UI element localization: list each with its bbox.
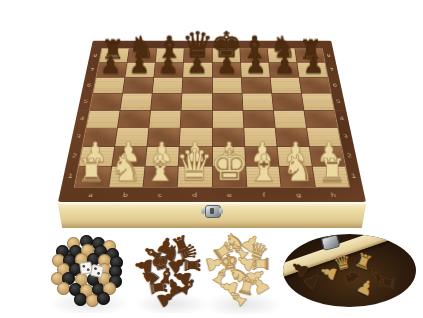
board-square-b6 xyxy=(123,78,153,93)
board-square-g5 xyxy=(272,94,303,110)
board-square-d7: ♟ xyxy=(183,63,211,78)
piece-black-pawn-h7: ♟ xyxy=(303,54,324,78)
piece-black-pawn-a7: ♟ xyxy=(100,54,121,78)
rank-label-7: 7 xyxy=(326,63,337,78)
board-square-b7: ♟ xyxy=(125,63,155,78)
storage-inset-photo: ♛♜♟♞♝♟♜♟♟ xyxy=(283,234,416,307)
board-square-f1: ♝ xyxy=(246,166,280,186)
board-square-h7: ♟ xyxy=(297,63,327,78)
board-square-b4 xyxy=(118,110,150,127)
file-label-c: c xyxy=(142,192,177,198)
board-square-d4 xyxy=(181,110,212,127)
board-square-h4 xyxy=(304,110,337,127)
rank-label-5: 5 xyxy=(332,94,344,111)
board-square-f6 xyxy=(241,78,271,93)
piece-white-knight-b1: ♞ xyxy=(110,151,142,187)
board-square-a5 xyxy=(90,94,122,110)
chess-board-scene: ♜♞♝♛♚♝♞♜♟♟♟♟♟♟♟♟♟♟♟♟♟♟♟♟♜♞♝♛♚♝♞♜ abcdefg… xyxy=(57,25,367,202)
board-square-c1: ♝ xyxy=(144,166,178,186)
board-square-h5 xyxy=(302,94,334,110)
rank-label-4: 4 xyxy=(336,110,348,128)
board-square-g1: ♞ xyxy=(279,166,314,186)
board-square-a7: ♟ xyxy=(96,63,126,78)
chess-board: ♜♞♝♛♚♝♞♜♟♟♟♟♟♟♟♟♟♟♟♟♟♟♟♟♜♞♝♛♚♝♞♜ abcdefg… xyxy=(58,41,366,202)
file-label-b: b xyxy=(108,192,143,198)
clasp-wing-right xyxy=(219,208,223,214)
board-square-f5 xyxy=(242,94,273,110)
board-square-e6 xyxy=(212,78,241,93)
rank-label-1: 1 xyxy=(347,166,361,187)
board-square-c5 xyxy=(151,94,182,110)
stored-piece-rook: ♜ xyxy=(376,273,398,293)
chess-board-grid: ♜♞♝♛♚♝♞♜♟♟♟♟♟♟♟♟♟♟♟♟♟♟♟♟♜♞♝♛♚♝♞♜ xyxy=(75,49,349,187)
board-square-g7: ♟ xyxy=(269,63,299,78)
piece-black-pawn-e7: ♟ xyxy=(216,54,237,78)
board-square-h1: ♜ xyxy=(313,166,349,186)
piece-white-rook-a1: ♜ xyxy=(77,155,106,187)
rank-label-8: 8 xyxy=(323,49,334,63)
file-labels-front: abcdefgh xyxy=(73,192,351,198)
piece-black-pawn-g7: ♟ xyxy=(274,54,295,78)
board-square-d5 xyxy=(182,94,212,110)
dark-checker-disc xyxy=(97,292,110,305)
file-label-e: e xyxy=(212,192,247,198)
board-square-f4 xyxy=(243,110,274,127)
dark-chess-pieces-pile: ♟♜♝♞♛♟♚♟♜♞♝♟♜♟♝♟ xyxy=(135,236,209,310)
board-square-g4 xyxy=(274,110,306,127)
board-square-e1: ♚ xyxy=(212,166,245,186)
piece-black-pawn-f7: ♟ xyxy=(245,54,266,78)
board-square-c6 xyxy=(153,78,183,93)
board-square-a4 xyxy=(87,110,120,127)
board-square-e7: ♟ xyxy=(212,63,240,78)
clasp-icon xyxy=(203,203,221,218)
piece-white-queen-d1: ♛ xyxy=(176,144,215,187)
board-square-c4 xyxy=(150,110,181,127)
rank-label-3: 3 xyxy=(339,128,352,147)
board-square-a6 xyxy=(93,78,124,93)
board-square-e4 xyxy=(212,110,243,127)
piece-white-king-e1: ♚ xyxy=(210,144,249,187)
piece-white-bishop-f1: ♝ xyxy=(247,150,280,187)
piece-white-knight-g1: ♞ xyxy=(282,151,314,187)
box-side-panel xyxy=(56,202,368,228)
light-chess-pieces-pile: ♞♟♜♝♛♟♚♟♜♝♞♟♟♜♟♝ xyxy=(205,233,281,311)
piece-white-bishop-c1: ♝ xyxy=(144,150,177,187)
board-square-a1: ♜ xyxy=(75,166,111,186)
piece-black-pawn-b7: ♟ xyxy=(129,54,150,78)
piece-white-rook-h1: ♜ xyxy=(318,155,347,187)
board-square-e5 xyxy=(212,94,242,110)
board-square-d1: ♛ xyxy=(178,166,211,186)
checkers-and-dice-pile xyxy=(50,233,128,310)
file-label-g: g xyxy=(281,192,316,198)
board-square-d6 xyxy=(183,78,212,93)
board-square-f7: ♟ xyxy=(241,63,270,78)
file-label-d: d xyxy=(177,192,212,198)
file-label-f: f xyxy=(247,192,282,198)
board-square-b1: ♞ xyxy=(109,166,144,186)
piece-black-pawn-d7: ♟ xyxy=(187,54,208,78)
board-square-b5 xyxy=(121,94,152,110)
rank-label-6: 6 xyxy=(329,78,341,94)
board-square-g6 xyxy=(270,78,300,93)
board-square-c7: ♟ xyxy=(154,63,183,78)
file-label-h: h xyxy=(316,192,352,198)
piece-black-pawn-c7: ♟ xyxy=(158,54,179,78)
file-label-a: a xyxy=(73,192,109,198)
product-photo: ♜♞♝♛♚♝♞♜♟♟♟♟♟♟♟♟♟♟♟♟♟♟♟♟♜♞♝♛♚♝♞♜ abcdefg… xyxy=(0,0,423,318)
clasp-slot xyxy=(210,208,214,214)
board-square-h6 xyxy=(299,78,330,93)
